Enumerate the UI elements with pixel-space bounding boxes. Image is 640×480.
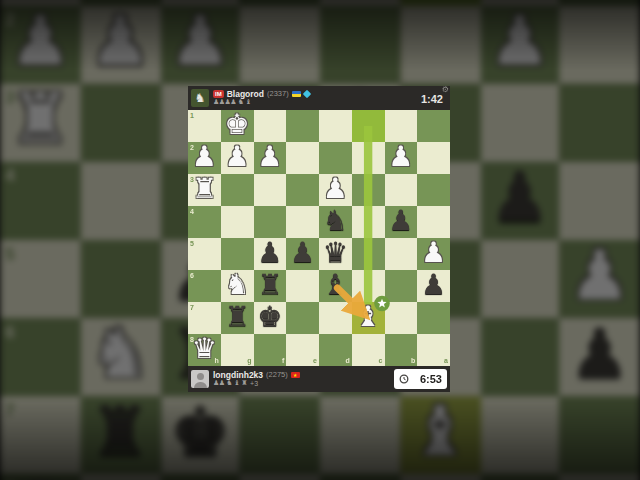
- piece-black-pawn: ♟: [290, 239, 315, 267]
- material-advantage: +3: [250, 380, 258, 387]
- rank-label: 6: [190, 272, 194, 279]
- file-label: e: [313, 357, 317, 364]
- square-e3[interactable]: [286, 174, 319, 206]
- square-h6[interactable]: 6: [188, 270, 221, 302]
- chess-board: 1♚2♟♟♟♟3♜♟4♞♟5♟♟♛♟6♞♜♝♟7♜♚♝8h♛gfedcba: [188, 110, 450, 366]
- square-f8[interactable]: f: [254, 334, 287, 366]
- square-e4[interactable]: [286, 206, 319, 238]
- rank-label: 7: [190, 304, 194, 311]
- square-c3[interactable]: [352, 174, 385, 206]
- square-a6[interactable]: ♟: [417, 270, 450, 302]
- piece-white-pawn: ♟: [388, 143, 413, 171]
- square-h5[interactable]: 5: [188, 238, 221, 270]
- video-frame: 1♚2♟♟♟♟3♜♟4♞♟5♟♟♛♟6♞♜♝♟7♜♚♝8h♛gfedcba ♞ …: [0, 0, 640, 480]
- square-h1[interactable]: 1: [188, 110, 221, 142]
- piece-black-rook: ♜: [257, 271, 282, 299]
- opponent-name[interactable]: Blagorod: [227, 90, 264, 99]
- square-c1[interactable]: [352, 110, 385, 142]
- square-f7[interactable]: ♚: [254, 302, 287, 334]
- piece-white-king: ♚: [225, 111, 250, 139]
- square-f3[interactable]: [254, 174, 287, 206]
- settings-gear-icon[interactable]: ⚙: [442, 86, 449, 94]
- piece-white-queen: ♛: [192, 335, 217, 363]
- player-name[interactable]: longdinh2k3: [213, 371, 263, 380]
- title-badge: IM: [213, 90, 224, 98]
- square-b7[interactable]: [385, 302, 418, 334]
- player-clock: 6:53: [394, 369, 447, 389]
- square-b4[interactable]: ♟: [385, 206, 418, 238]
- opponent-captured-pieces: ♟♟♟♟ ♞ ♝: [213, 99, 251, 106]
- square-e8[interactable]: e: [286, 334, 319, 366]
- square-g6[interactable]: ♞: [221, 270, 254, 302]
- square-a4[interactable]: [417, 206, 450, 238]
- square-b1[interactable]: [385, 110, 418, 142]
- square-f5[interactable]: ♟: [254, 238, 287, 270]
- board-grid: 1♚2♟♟♟♟3♜♟4♞♟5♟♟♛♟6♞♜♝♟7♜♚♝8h♛gfedcba: [188, 110, 450, 366]
- diamond-member-icon: [302, 90, 310, 98]
- square-d4[interactable]: ♞: [319, 206, 352, 238]
- square-c8[interactable]: c: [352, 334, 385, 366]
- file-label: g: [247, 357, 251, 364]
- square-b6[interactable]: [385, 270, 418, 302]
- square-a7[interactable]: [417, 302, 450, 334]
- square-c2[interactable]: [352, 142, 385, 174]
- piece-white-rook: ♜: [192, 175, 217, 203]
- square-g8[interactable]: g: [221, 334, 254, 366]
- square-d8[interactable]: d: [319, 334, 352, 366]
- square-a3[interactable]: [417, 174, 450, 206]
- square-b5[interactable]: [385, 238, 418, 270]
- square-c6[interactable]: [352, 270, 385, 302]
- square-c7[interactable]: ♝: [352, 302, 385, 334]
- opponent-avatar[interactable]: ♞: [191, 89, 209, 107]
- file-label: c: [379, 357, 383, 364]
- square-d5[interactable]: ♛: [319, 238, 352, 270]
- piece-black-rook: ♜: [225, 303, 250, 331]
- piece-black-queen: ♛: [323, 239, 348, 267]
- square-g7[interactable]: ♜: [221, 302, 254, 334]
- square-h4[interactable]: 4: [188, 206, 221, 238]
- file-label: f: [282, 357, 284, 364]
- opponent-rating: (2337): [267, 90, 289, 98]
- square-g2[interactable]: ♟: [221, 142, 254, 174]
- file-label: a: [444, 357, 448, 364]
- square-f2[interactable]: ♟: [254, 142, 287, 174]
- square-g5[interactable]: [221, 238, 254, 270]
- square-e6[interactable]: [286, 270, 319, 302]
- square-d3[interactable]: ♟: [319, 174, 352, 206]
- square-e1[interactable]: [286, 110, 319, 142]
- player-clock-time: 6:53: [420, 373, 442, 385]
- square-h7[interactable]: 7: [188, 302, 221, 334]
- square-g4[interactable]: [221, 206, 254, 238]
- square-f6[interactable]: ♜: [254, 270, 287, 302]
- square-f4[interactable]: [254, 206, 287, 238]
- game-card: ♞ IM Blagorod (2337) ♟♟♟♟ ♞ ♝ 1:42 ⚙ 1♚2…: [188, 86, 450, 392]
- square-c4[interactable]: [352, 206, 385, 238]
- opponent-clock: 1:42: [421, 93, 443, 105]
- opponent-bar: ♞ IM Blagorod (2337) ♟♟♟♟ ♞ ♝ 1:42 ⚙: [188, 86, 450, 110]
- square-a2[interactable]: [417, 142, 450, 174]
- piece-white-pawn: ♟: [192, 143, 217, 171]
- rank-label: 5: [190, 240, 194, 247]
- piece-white-knight: ♞: [225, 271, 250, 299]
- player-avatar[interactable]: [191, 370, 209, 388]
- piece-black-bishop: ♝: [323, 271, 348, 299]
- square-h8[interactable]: 8h♛: [188, 334, 221, 366]
- highlight-c1: [352, 110, 385, 142]
- square-e2[interactable]: [286, 142, 319, 174]
- square-f1[interactable]: [254, 110, 287, 142]
- player-rating: (2275): [266, 371, 288, 379]
- rank-label: 1: [190, 112, 194, 119]
- rank-label: 4: [190, 208, 194, 215]
- square-c5[interactable]: [352, 238, 385, 270]
- square-d7[interactable]: [319, 302, 352, 334]
- piece-white-pawn: ♟: [421, 239, 446, 267]
- square-a8[interactable]: a: [417, 334, 450, 366]
- piece-black-knight: ♞: [323, 207, 348, 235]
- piece-black-pawn: ♟: [388, 207, 413, 235]
- piece-black-king: ♚: [257, 303, 282, 331]
- player-captured-pieces: ♟♟ ♞ ♝ ♜: [213, 380, 247, 387]
- vietnam-flag-icon: ★: [291, 372, 300, 378]
- file-label: b: [411, 357, 415, 364]
- square-g3[interactable]: [221, 174, 254, 206]
- ukraine-flag-icon: [292, 91, 301, 97]
- square-d6[interactable]: ♝: [319, 270, 352, 302]
- square-b8[interactable]: b: [385, 334, 418, 366]
- clock-icon: [399, 374, 409, 384]
- piece-white-pawn: ♟: [225, 143, 250, 171]
- square-h2[interactable]: 2♟: [188, 142, 221, 174]
- piece-white-pawn: ♟: [257, 143, 282, 171]
- piece-black-pawn: ♟: [257, 239, 282, 267]
- piece-black-pawn: ♟: [421, 271, 446, 299]
- square-g1[interactable]: ♚: [221, 110, 254, 142]
- square-h3[interactable]: 3♜: [188, 174, 221, 206]
- file-label: d: [345, 357, 349, 364]
- square-e7[interactable]: [286, 302, 319, 334]
- square-a1[interactable]: [417, 110, 450, 142]
- piece-white-pawn: ♟: [323, 175, 348, 203]
- square-d1[interactable]: [319, 110, 352, 142]
- square-e5[interactable]: ♟: [286, 238, 319, 270]
- square-b3[interactable]: [385, 174, 418, 206]
- player-bar: longdinh2k3 (2275) ★ ♟♟ ♞ ♝ ♜ +3 6:53: [188, 366, 450, 392]
- square-b2[interactable]: ♟: [385, 142, 418, 174]
- square-d2[interactable]: [319, 142, 352, 174]
- piece-white-bishop: ♝: [356, 303, 381, 331]
- square-a5[interactable]: ♟: [417, 238, 450, 270]
